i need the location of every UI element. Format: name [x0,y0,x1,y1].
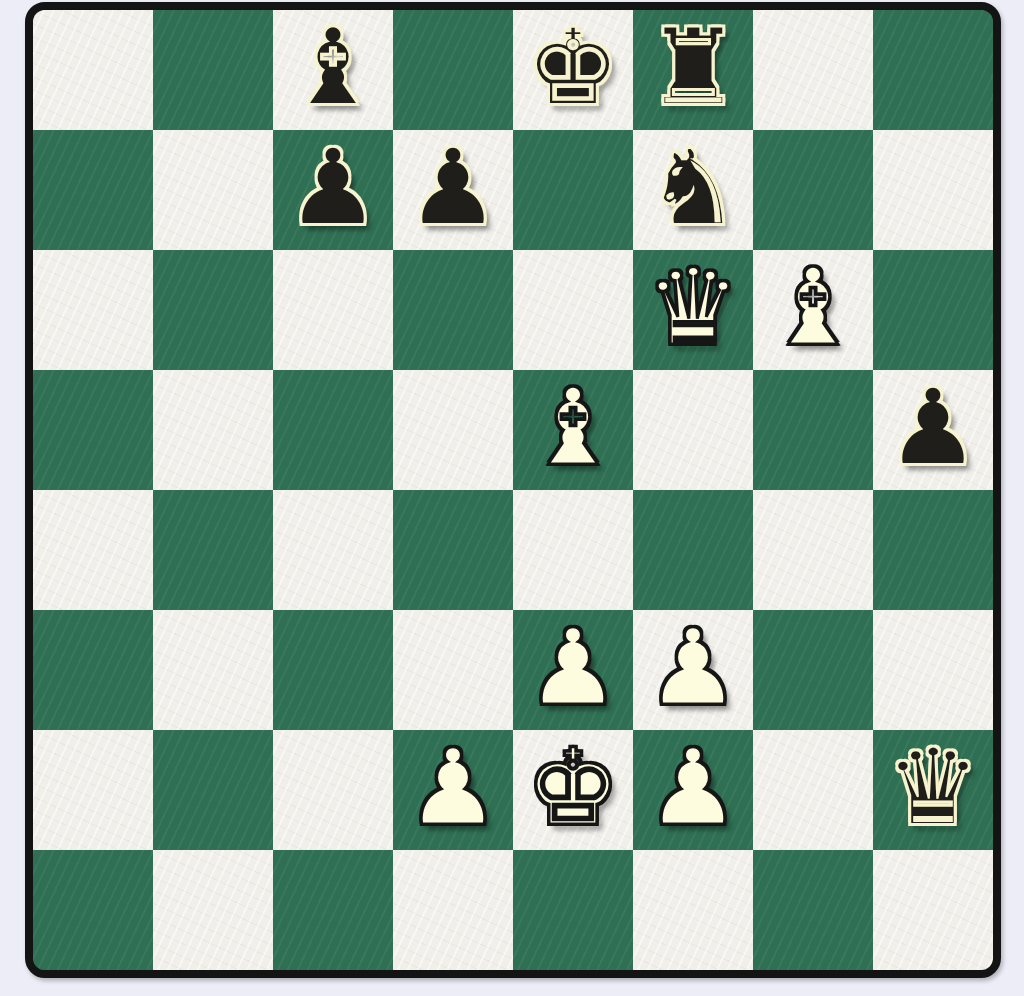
square-c4[interactable] [273,490,393,610]
square-c2[interactable] [273,730,393,850]
square-g3[interactable] [753,610,873,730]
piece-white-bishop[interactable]: ♝ [525,375,620,481]
square-c8[interactable]: ♝ [273,10,393,130]
square-h1[interactable] [873,850,993,970]
chess-board: ♝♚♜♟♟♞♛♝♝♟♟♟♟♚♟♛ [33,10,993,970]
piece-black-bishop[interactable]: ♝ [285,15,380,121]
square-e7[interactable] [513,130,633,250]
square-f2[interactable]: ♟ [633,730,753,850]
square-c3[interactable] [273,610,393,730]
page-background: ♝♚♜♟♟♞♛♝♝♟♟♟♟♚♟♛ [0,0,1024,996]
square-c7[interactable]: ♟ [273,130,393,250]
piece-black-king[interactable]: ♚ [525,15,620,121]
square-h3[interactable] [873,610,993,730]
square-a8[interactable] [33,10,153,130]
piece-black-rook[interactable]: ♜ [645,15,740,121]
square-a3[interactable] [33,610,153,730]
square-f8[interactable]: ♜ [633,10,753,130]
square-e2[interactable]: ♚ [513,730,633,850]
piece-black-pawn[interactable]: ♟ [405,135,500,241]
piece-white-pawn[interactable]: ♟ [645,615,740,721]
piece-white-pawn[interactable]: ♟ [405,735,500,841]
square-a1[interactable] [33,850,153,970]
piece-black-queen[interactable]: ♛ [885,735,980,841]
square-e5[interactable]: ♝ [513,370,633,490]
square-d5[interactable] [393,370,513,490]
square-f1[interactable] [633,850,753,970]
square-d2[interactable]: ♟ [393,730,513,850]
square-h5[interactable]: ♟ [873,370,993,490]
piece-white-pawn[interactable]: ♟ [525,615,620,721]
square-a2[interactable] [33,730,153,850]
square-f3[interactable]: ♟ [633,610,753,730]
square-a7[interactable] [33,130,153,250]
square-g4[interactable] [753,490,873,610]
square-e8[interactable]: ♚ [513,10,633,130]
piece-black-pawn[interactable]: ♟ [885,375,980,481]
square-a6[interactable] [33,250,153,370]
square-e6[interactable] [513,250,633,370]
square-d8[interactable] [393,10,513,130]
piece-white-pawn[interactable]: ♟ [645,735,740,841]
chess-board-frame: ♝♚♜♟♟♞♛♝♝♟♟♟♟♚♟♛ [25,2,1001,978]
square-c5[interactable] [273,370,393,490]
square-b7[interactable] [153,130,273,250]
square-a4[interactable] [33,490,153,610]
square-b1[interactable] [153,850,273,970]
square-e4[interactable] [513,490,633,610]
square-b3[interactable] [153,610,273,730]
square-h4[interactable] [873,490,993,610]
square-d6[interactable] [393,250,513,370]
square-g1[interactable] [753,850,873,970]
square-a5[interactable] [33,370,153,490]
square-b2[interactable] [153,730,273,850]
piece-white-bishop[interactable]: ♝ [765,255,860,361]
square-h6[interactable] [873,250,993,370]
piece-white-queen[interactable]: ♛ [645,255,740,361]
square-f7[interactable]: ♞ [633,130,753,250]
square-d3[interactable] [393,610,513,730]
square-b5[interactable] [153,370,273,490]
square-f5[interactable] [633,370,753,490]
square-c1[interactable] [273,850,393,970]
piece-black-pawn[interactable]: ♟ [285,135,380,241]
square-e1[interactable] [513,850,633,970]
square-h2[interactable]: ♛ [873,730,993,850]
square-e3[interactable]: ♟ [513,610,633,730]
square-f4[interactable] [633,490,753,610]
square-g8[interactable] [753,10,873,130]
piece-black-knight[interactable]: ♞ [645,135,740,241]
square-g7[interactable] [753,130,873,250]
square-g2[interactable] [753,730,873,850]
square-h7[interactable] [873,130,993,250]
square-d4[interactable] [393,490,513,610]
square-d7[interactable]: ♟ [393,130,513,250]
square-b6[interactable] [153,250,273,370]
square-g6[interactable]: ♝ [753,250,873,370]
square-f6[interactable]: ♛ [633,250,753,370]
square-g5[interactable] [753,370,873,490]
square-d1[interactable] [393,850,513,970]
square-b8[interactable] [153,10,273,130]
square-b4[interactable] [153,490,273,610]
piece-white-king[interactable]: ♚ [525,735,620,841]
square-h8[interactable] [873,10,993,130]
square-c6[interactable] [273,250,393,370]
